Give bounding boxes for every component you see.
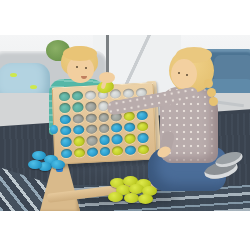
loose-blue-disc	[28, 160, 42, 169]
empty-hole	[72, 91, 83, 101]
loose-blue-disc	[51, 160, 65, 169]
photo	[0, 35, 250, 211]
loose-yellow-disc	[138, 194, 153, 204]
disc-yellow	[112, 146, 123, 156]
girl-eye	[178, 72, 180, 74]
photo-letterbox-frame	[0, 0, 250, 250]
disc-blue	[138, 133, 149, 143]
pillow-leaf-print	[10, 73, 17, 77]
girl-hand	[99, 72, 115, 83]
disc-yellow	[125, 134, 136, 144]
disc-blue	[124, 122, 135, 132]
disc-blue	[61, 148, 72, 158]
boy-fringe	[63, 46, 97, 61]
girl-braid	[209, 97, 218, 106]
disc-blue	[99, 146, 110, 156]
empty-hole	[98, 112, 109, 122]
disc-blue	[60, 114, 71, 124]
disc-yellow	[73, 136, 84, 146]
empty-hole	[59, 103, 70, 113]
disc-blue	[60, 137, 71, 147]
empty-hole	[99, 124, 110, 134]
connect-four-board	[52, 82, 157, 164]
disc-blue	[87, 147, 98, 157]
girl-eye	[186, 74, 188, 76]
disc-blue	[73, 125, 84, 135]
empty-hole	[72, 102, 83, 112]
disc-blue	[99, 135, 110, 145]
disc-blue	[112, 134, 123, 144]
loose-yellow-disc	[124, 193, 139, 203]
blue-disc-on-edge	[50, 125, 58, 134]
girl-braid	[207, 88, 216, 97]
girl-face	[171, 59, 197, 89]
disc-yellow	[138, 144, 149, 154]
disc-yellow	[137, 122, 148, 132]
loose-yellow-disc	[108, 192, 123, 202]
boy-eye	[76, 66, 78, 68]
empty-hole	[59, 92, 70, 102]
empty-hole	[86, 136, 97, 146]
disc-blue	[111, 123, 122, 133]
empty-hole	[85, 90, 96, 100]
empty-hole	[73, 114, 84, 124]
empty-hole	[85, 113, 96, 123]
empty-hole	[85, 102, 96, 112]
disc-blue	[60, 126, 71, 136]
girl-braid	[204, 79, 213, 88]
disc-yellow	[74, 148, 85, 158]
empty-hole	[110, 89, 121, 99]
boy-eye	[85, 67, 87, 69]
disc-blue	[137, 110, 148, 120]
empty-hole	[86, 124, 97, 134]
disc-blue	[125, 145, 136, 155]
pillow-leaf-print	[30, 85, 37, 89]
